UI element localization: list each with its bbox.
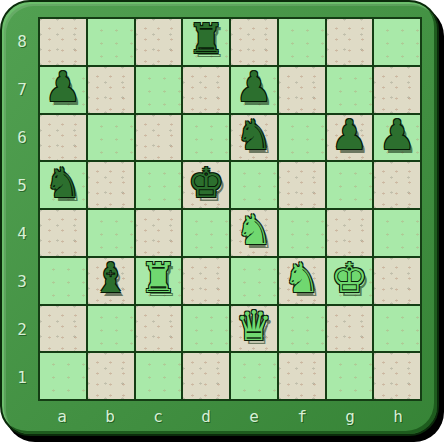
square-g3[interactable]: ♚ [327, 258, 373, 304]
square-d3[interactable] [183, 258, 229, 304]
square-e1[interactable] [231, 353, 277, 399]
file-label-h: h [374, 401, 422, 431]
square-f8[interactable] [279, 19, 325, 65]
square-g8[interactable] [327, 19, 373, 65]
file-label-g: g [326, 401, 374, 431]
square-g5[interactable] [327, 162, 373, 208]
square-b7[interactable] [88, 67, 134, 113]
square-f5[interactable] [279, 162, 325, 208]
square-e6[interactable]: ♞ [231, 115, 277, 161]
rank-label-1: 1 [8, 353, 36, 401]
square-a7[interactable]: ♟ [40, 67, 86, 113]
square-a8[interactable] [40, 19, 86, 65]
square-f6[interactable] [279, 115, 325, 161]
white-rook-c3[interactable]: ♜ [140, 258, 177, 299]
rank-label-4: 4 [8, 209, 36, 257]
square-d5[interactable]: ♚ [183, 162, 229, 208]
square-f3[interactable]: ♞ [279, 258, 325, 304]
file-label-b: b [86, 401, 134, 431]
board-frame: 87654321 ♜♟♟♞♟♟♞♚♞♝♜♞♚♛ abcdefgh [0, 0, 439, 436]
square-d6[interactable] [183, 115, 229, 161]
file-label-c: c [134, 401, 182, 431]
square-g4[interactable] [327, 210, 373, 256]
black-pawn-h6[interactable]: ♟ [379, 115, 416, 156]
file-labels: abcdefgh [38, 401, 422, 431]
square-g1[interactable] [327, 353, 373, 399]
square-e2[interactable]: ♛ [231, 306, 277, 352]
square-h6[interactable]: ♟ [374, 115, 420, 161]
file-label-f: f [278, 401, 326, 431]
board-grid[interactable]: ♜♟♟♞♟♟♞♚♞♝♜♞♚♛ [38, 17, 422, 401]
square-b3[interactable]: ♝ [88, 258, 134, 304]
square-c1[interactable] [136, 353, 182, 399]
black-knight-e6[interactable]: ♞ [235, 115, 272, 156]
black-knight-a5[interactable]: ♞ [44, 163, 81, 204]
black-pawn-g6[interactable]: ♟ [331, 115, 368, 156]
square-e5[interactable] [231, 162, 277, 208]
square-c2[interactable] [136, 306, 182, 352]
square-g6[interactable]: ♟ [327, 115, 373, 161]
black-rook-d8[interactable]: ♜ [188, 19, 225, 60]
square-f4[interactable] [279, 210, 325, 256]
rank-labels: 87654321 [8, 17, 36, 401]
square-b5[interactable] [88, 162, 134, 208]
square-h8[interactable] [374, 19, 420, 65]
rank-label-3: 3 [8, 257, 36, 305]
square-b1[interactable] [88, 353, 134, 399]
square-d4[interactable] [183, 210, 229, 256]
square-a4[interactable] [40, 210, 86, 256]
rank-label-7: 7 [8, 65, 36, 113]
square-e4[interactable]: ♞ [231, 210, 277, 256]
chess-app-window: 87654321 ♜♟♟♞♟♟♞♚♞♝♜♞♚♛ abcdefgh [0, 0, 444, 442]
square-b4[interactable] [88, 210, 134, 256]
square-d2[interactable] [183, 306, 229, 352]
square-a5[interactable]: ♞ [40, 162, 86, 208]
square-c3[interactable]: ♜ [136, 258, 182, 304]
black-king-d5[interactable]: ♚ [188, 163, 225, 204]
black-pawn-a7[interactable]: ♟ [44, 67, 81, 108]
square-b8[interactable] [88, 19, 134, 65]
file-label-e: e [230, 401, 278, 431]
square-b2[interactable] [88, 306, 134, 352]
black-bishop-b3[interactable]: ♝ [92, 258, 129, 299]
square-g7[interactable] [327, 67, 373, 113]
file-label-a: a [38, 401, 86, 431]
square-d7[interactable] [183, 67, 229, 113]
square-h7[interactable] [374, 67, 420, 113]
file-label-d: d [182, 401, 230, 431]
rank-label-5: 5 [8, 161, 36, 209]
square-c7[interactable] [136, 67, 182, 113]
rank-label-2: 2 [8, 305, 36, 353]
square-f1[interactable] [279, 353, 325, 399]
square-d1[interactable] [183, 353, 229, 399]
square-c8[interactable] [136, 19, 182, 65]
square-a1[interactable] [40, 353, 86, 399]
white-knight-f3[interactable]: ♞ [283, 258, 320, 299]
white-queen-e2[interactable]: ♛ [235, 306, 272, 347]
square-h5[interactable] [374, 162, 420, 208]
square-c6[interactable] [136, 115, 182, 161]
square-f7[interactable] [279, 67, 325, 113]
square-h2[interactable] [374, 306, 420, 352]
square-b6[interactable] [88, 115, 134, 161]
square-e7[interactable]: ♟ [231, 67, 277, 113]
square-h3[interactable] [374, 258, 420, 304]
white-knight-e4[interactable]: ♞ [235, 210, 272, 251]
square-e8[interactable] [231, 19, 277, 65]
square-g2[interactable] [327, 306, 373, 352]
rank-label-8: 8 [8, 17, 36, 65]
square-c5[interactable] [136, 162, 182, 208]
square-a6[interactable] [40, 115, 86, 161]
square-c4[interactable] [136, 210, 182, 256]
rank-label-6: 6 [8, 113, 36, 161]
square-h1[interactable] [374, 353, 420, 399]
square-d8[interactable]: ♜ [183, 19, 229, 65]
square-a2[interactable] [40, 306, 86, 352]
square-f2[interactable] [279, 306, 325, 352]
square-h4[interactable] [374, 210, 420, 256]
square-a3[interactable] [40, 258, 86, 304]
white-king-g3[interactable]: ♚ [331, 258, 368, 299]
black-pawn-e7[interactable]: ♟ [235, 67, 272, 108]
square-e3[interactable] [231, 258, 277, 304]
